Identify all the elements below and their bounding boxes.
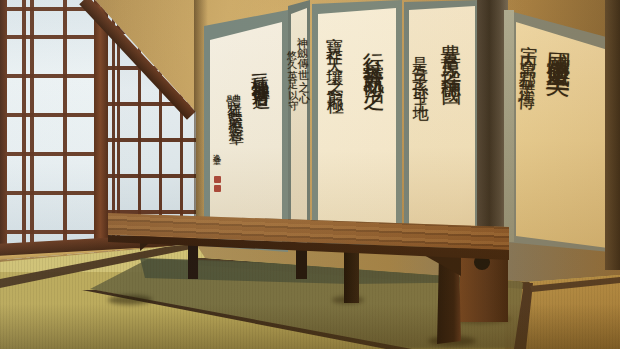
shoji-door-left bbox=[0, 0, 107, 262]
screen-panel-5-lit-border bbox=[504, 10, 514, 242]
calligraphy-column: 寶祚天壤之窮極 bbox=[325, 24, 343, 94]
table-mid-leg bbox=[344, 251, 359, 303]
table-back-leg bbox=[188, 243, 198, 279]
calligraphy-column: 體之無窮應憲章 bbox=[225, 82, 243, 125]
japanese-room-photo: 三種神器傳君道 體之無窮應憲章 逸堂 神劔傳世之心 悠久英足以守 行矣寶就而治之… bbox=[0, 0, 620, 349]
artist-seal bbox=[214, 176, 221, 183]
shoji-stile-left bbox=[0, 0, 7, 262]
calligraphy-column: 三種神器傳君道 bbox=[249, 59, 268, 81]
screen-right-edge bbox=[605, 0, 620, 270]
table-back-leg bbox=[296, 247, 307, 279]
calligraphy-column: 宇内萬邦無正傳 bbox=[519, 32, 539, 89]
shoji-stile-center bbox=[94, 0, 108, 262]
calligraphy-column: 悠久英足以守 bbox=[286, 42, 298, 102]
artist-signature: 逸堂 bbox=[212, 148, 220, 152]
calligraphy-column: 行矣寶就而治之 bbox=[362, 36, 384, 78]
calligraphy-column: 是吾子孫可王地 bbox=[412, 44, 429, 100]
calligraphy-column: 國體之優風土美 bbox=[547, 33, 572, 55]
artist-seal bbox=[214, 185, 221, 192]
calligraphy-column: 豊葦原之瑞穂國 bbox=[441, 28, 462, 77]
